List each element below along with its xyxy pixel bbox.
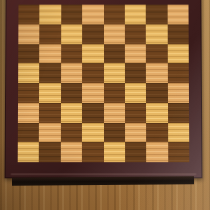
square-r6c1[interactable]	[18, 103, 39, 123]
square-r8c2[interactable]	[39, 142, 60, 162]
square-r2c5[interactable]	[104, 24, 125, 44]
square-r2c7[interactable]	[146, 24, 167, 44]
square-r2c4[interactable]	[82, 24, 103, 44]
square-r7c1[interactable]	[18, 123, 39, 143]
table-surface	[0, 0, 210, 210]
square-r7c5[interactable]	[104, 123, 125, 143]
square-r7c7[interactable]	[146, 123, 167, 143]
square-r1c8[interactable]	[167, 5, 188, 25]
square-r4c3[interactable]	[61, 63, 82, 83]
square-r4c1[interactable]	[18, 63, 39, 83]
square-r6c2[interactable]	[39, 103, 60, 123]
square-r1c7[interactable]	[146, 5, 167, 25]
square-r5c6[interactable]	[125, 83, 146, 103]
square-r6c6[interactable]	[125, 103, 146, 123]
square-r3c3[interactable]	[61, 44, 82, 64]
square-r5c8[interactable]	[168, 83, 189, 103]
square-r6c3[interactable]	[61, 103, 82, 123]
square-r5c2[interactable]	[39, 83, 60, 103]
square-r7c6[interactable]	[125, 123, 146, 143]
square-r2c8[interactable]	[167, 24, 188, 44]
square-r3c1[interactable]	[18, 44, 39, 64]
square-r5c3[interactable]	[61, 83, 82, 103]
square-r4c7[interactable]	[146, 63, 167, 83]
square-r4c6[interactable]	[125, 63, 146, 83]
square-r1c2[interactable]	[40, 5, 61, 25]
square-r1c1[interactable]	[18, 5, 39, 25]
square-r1c3[interactable]	[61, 5, 82, 25]
square-r1c5[interactable]	[104, 5, 125, 25]
square-r2c6[interactable]	[125, 24, 146, 44]
square-r2c3[interactable]	[61, 24, 82, 44]
square-r7c4[interactable]	[82, 123, 103, 143]
square-r8c4[interactable]	[82, 142, 103, 162]
square-r8c6[interactable]	[125, 142, 146, 162]
board-grid	[18, 5, 190, 163]
board-edge-shadow	[12, 176, 194, 185]
square-r3c6[interactable]	[125, 44, 146, 64]
square-r4c8[interactable]	[167, 63, 188, 83]
square-r5c5[interactable]	[104, 83, 125, 103]
square-r3c2[interactable]	[40, 44, 61, 64]
square-r8c3[interactable]	[61, 142, 82, 162]
square-r3c4[interactable]	[82, 44, 103, 64]
square-r5c4[interactable]	[82, 83, 103, 103]
square-r3c5[interactable]	[104, 44, 125, 64]
square-r3c7[interactable]	[146, 44, 167, 64]
square-r1c4[interactable]	[82, 5, 103, 25]
square-r5c7[interactable]	[146, 83, 167, 103]
square-r7c8[interactable]	[168, 123, 189, 143]
square-r8c5[interactable]	[104, 142, 125, 162]
square-r8c1[interactable]	[18, 142, 40, 162]
square-r4c2[interactable]	[39, 63, 60, 83]
square-r3c8[interactable]	[167, 44, 188, 64]
square-r4c5[interactable]	[104, 63, 125, 83]
square-r6c7[interactable]	[146, 103, 167, 123]
square-r2c2[interactable]	[40, 24, 61, 44]
square-r6c5[interactable]	[104, 103, 125, 123]
square-r7c2[interactable]	[39, 123, 60, 143]
square-r7c3[interactable]	[61, 123, 82, 143]
chess-board	[5, 0, 203, 178]
square-r2c1[interactable]	[18, 24, 39, 44]
square-r6c8[interactable]	[168, 103, 189, 123]
square-r8c8[interactable]	[168, 142, 190, 162]
square-r1c6[interactable]	[125, 5, 146, 25]
square-r5c1[interactable]	[18, 83, 39, 103]
square-r6c4[interactable]	[82, 103, 103, 123]
square-r8c7[interactable]	[146, 142, 167, 162]
square-r4c4[interactable]	[82, 63, 103, 83]
